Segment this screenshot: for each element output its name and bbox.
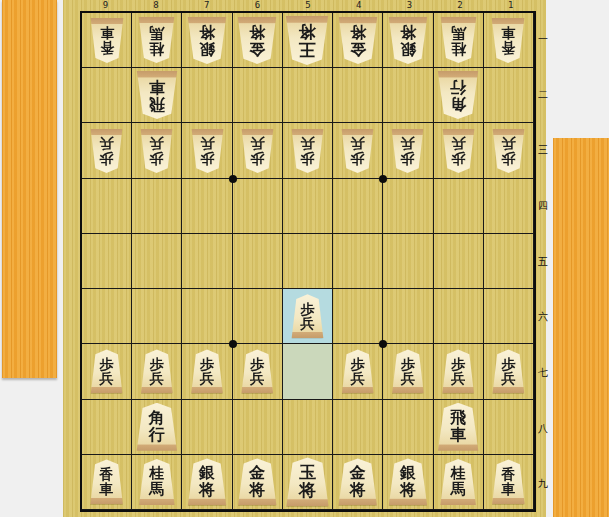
piece-kanji: 馬 [149,25,164,41]
piece-kanji: 歩 [501,151,515,166]
piece-sente-gold[interactable]: 金将 [338,458,378,505]
piece-kanji: 車 [100,26,114,41]
piece-gote-gold[interactable]: 金将 [237,17,277,64]
piece-sente-pawn[interactable]: 歩兵 [492,349,525,393]
piece-gote-lance[interactable]: 香車 [90,18,124,63]
square-92[interactable] [82,68,132,123]
square-23[interactable]: 歩兵 [434,123,484,178]
square-67[interactable]: 歩兵 [233,344,283,399]
piece-gote-pawn[interactable]: 歩兵 [291,129,324,173]
piece-kanji: 桂 [451,40,466,56]
square-79[interactable]: 銀将 [182,455,232,510]
piece-kanji: 将 [199,23,215,40]
square-58[interactable] [283,400,333,455]
square-89[interactable]: 桂馬 [132,455,182,510]
square-73[interactable]: 歩兵 [182,123,232,178]
piece-sente-knight[interactable]: 桂馬 [440,459,477,505]
rank-label-2: 二 [537,67,549,123]
piece-kanji: 兵 [351,136,365,151]
square-29[interactable]: 桂馬 [434,455,484,510]
piece-kanji: 歩 [250,151,264,166]
piece-gote-pawn[interactable]: 歩兵 [90,129,123,173]
piece-kanji: 兵 [351,371,365,386]
rank-label-7: 七 [537,345,549,401]
piece-kanji: 歩 [100,357,114,372]
square-12[interactable] [484,68,534,123]
piece-kanji: 行 [450,79,466,96]
piece-kanji: 将 [199,482,215,499]
square-22[interactable]: 角行 [434,68,484,123]
piece-sente-silver[interactable]: 銀将 [187,458,227,505]
square-54[interactable] [283,179,333,234]
piece-kanji: 歩 [451,357,465,372]
piece-sente-pawn[interactable]: 歩兵 [341,349,374,393]
square-33[interactable]: 歩兵 [383,123,433,178]
file-label-6: 6 [232,0,283,11]
piece-gote-pawn[interactable]: 歩兵 [341,129,374,173]
piece-gote-pawn[interactable]: 歩兵 [241,129,274,173]
piece-kanji: 銀 [199,40,215,57]
rank-label-5: 五 [537,234,549,290]
piece-sente-pawn[interactable]: 歩兵 [90,349,123,393]
piece-kanji: 歩 [300,302,314,317]
piece-kanji: 香 [501,40,515,55]
square-68[interactable] [233,400,283,455]
square-63[interactable]: 歩兵 [233,123,283,178]
piece-kanji: 歩 [100,151,114,166]
square-17[interactable]: 歩兵 [484,344,534,399]
piece-sente-silver[interactable]: 銀将 [388,458,428,505]
file-label-7: 7 [181,0,232,11]
square-27[interactable]: 歩兵 [434,344,484,399]
piece-kanji: 歩 [200,151,214,166]
piece-gote-bishop[interactable]: 角行 [437,71,479,119]
square-49[interactable]: 金将 [333,455,383,510]
square-81[interactable]: 桂馬 [132,13,182,68]
rank-label-3: 三 [537,122,549,178]
file-label-2: 2 [435,0,486,11]
piece-kanji: 歩 [250,357,264,372]
piece-sente-pawn[interactable]: 歩兵 [442,349,475,393]
square-76[interactable] [182,289,232,344]
piece-kanji: 金 [249,40,265,57]
piece-kanji: 将 [249,482,265,499]
piece-kanji: 歩 [150,151,164,166]
piece-kanji: 兵 [401,371,415,386]
piece-kanji: 将 [350,23,366,40]
piece-kanji: 銀 [400,40,416,57]
file-label-4: 4 [333,0,384,11]
piece-gote-rook[interactable]: 飛車 [136,71,178,119]
square-43[interactable]: 歩兵 [333,123,383,178]
piece-kanji: 兵 [200,136,214,151]
square-91[interactable]: 香車 [82,13,132,68]
piece-sente-bishop[interactable]: 角行 [136,403,178,451]
piece-kanji: 馬 [451,25,466,41]
square-77[interactable]: 歩兵 [182,344,232,399]
square-21[interactable]: 桂馬 [434,13,484,68]
piece-kanji: 歩 [200,357,214,372]
piece-sente-gold[interactable]: 金将 [237,458,277,505]
square-86[interactable] [132,289,182,344]
rank-label-9: 九 [537,456,549,512]
piece-kanji: 歩 [401,151,415,166]
piece-gote-gold[interactable]: 金将 [338,17,378,64]
piece-gote-king[interactable]: 王将 [285,16,329,65]
piece-gote-knight[interactable]: 桂馬 [440,17,477,63]
left-wood-background-strip [2,0,57,378]
piece-kanji: 馬 [149,482,164,498]
piece-kanji: 車 [450,427,466,444]
piece-kanji: 車 [501,482,515,497]
square-85[interactable] [132,234,182,289]
square-47[interactable]: 歩兵 [333,344,383,399]
square-84[interactable] [132,179,182,234]
square-19[interactable]: 香車 [484,455,534,510]
square-31[interactable]: 銀将 [383,13,433,68]
rank-labels: 一二三四五六七八九 [537,11,549,512]
piece-kanji: 飛 [149,95,165,112]
square-44[interactable] [333,179,383,234]
piece-kanji: 香 [100,40,114,55]
square-11[interactable]: 香車 [484,13,534,68]
piece-kanji: 王 [299,40,316,58]
piece-kanji: 将 [400,23,416,40]
rank-label-1: 一 [537,11,549,67]
square-46[interactable] [333,289,383,344]
square-38[interactable] [383,400,433,455]
piece-sente-rook[interactable]: 飛車 [437,403,479,451]
piece-kanji: 兵 [100,371,114,386]
piece-gote-lance[interactable]: 香車 [491,18,525,63]
square-35[interactable] [383,234,433,289]
square-95[interactable] [82,234,132,289]
square-16[interactable] [484,289,534,344]
square-41[interactable]: 金将 [333,13,383,68]
square-93[interactable]: 歩兵 [82,123,132,178]
square-87[interactable]: 歩兵 [132,344,182,399]
piece-gote-silver[interactable]: 銀将 [388,17,428,64]
shogi-kifu-page: 987654321 一二三四五六七八九 香車桂馬銀将金将王将金将銀将桂馬香車飛車… [0,0,609,517]
right-wood-background-strip [553,138,609,517]
square-24[interactable] [434,179,484,234]
file-labels: 987654321 [80,0,536,11]
piece-gote-pawn[interactable]: 歩兵 [391,129,424,173]
piece-kanji: 将 [249,23,265,40]
piece-kanji: 兵 [100,136,114,151]
square-99[interactable]: 香車 [82,455,132,510]
piece-kanji: 兵 [200,371,214,386]
piece-sente-pawn[interactable]: 歩兵 [191,349,224,393]
square-72[interactable] [182,68,232,123]
square-26[interactable] [434,289,484,344]
square-56[interactable]: 歩兵 [283,289,333,344]
square-52[interactable] [283,68,333,123]
piece-sente-pawn[interactable]: 歩兵 [140,349,173,393]
square-78[interactable] [182,400,232,455]
square-48[interactable] [333,400,383,455]
file-label-8: 8 [131,0,182,11]
piece-kanji: 車 [149,79,165,96]
piece-gote-pawn[interactable]: 歩兵 [492,129,525,173]
piece-kanji: 兵 [300,136,314,151]
piece-sente-king[interactable]: 玉将 [285,457,329,506]
square-37[interactable]: 歩兵 [383,344,433,399]
piece-kanji: 兵 [250,371,264,386]
square-18[interactable] [484,400,534,455]
piece-kanji: 兵 [150,136,164,151]
file-label-9: 9 [80,0,131,11]
piece-gote-pawn[interactable]: 歩兵 [140,129,173,173]
square-71[interactable]: 銀将 [182,13,232,68]
rank-label-4: 四 [537,178,549,234]
square-97[interactable]: 歩兵 [82,344,132,399]
piece-gote-knight[interactable]: 桂馬 [138,17,175,63]
square-25[interactable] [434,234,484,289]
square-15[interactable] [484,234,534,289]
piece-kanji: 兵 [150,371,164,386]
piece-kanji: 兵 [501,371,515,386]
piece-kanji: 車 [501,26,515,41]
piece-kanji: 兵 [451,136,465,151]
piece-kanji: 角 [450,95,466,112]
square-61[interactable]: 金将 [233,13,283,68]
square-28[interactable]: 飛車 [434,400,484,455]
square-94[interactable] [82,179,132,234]
square-53[interactable]: 歩兵 [283,123,333,178]
square-88[interactable]: 角行 [132,400,182,455]
file-label-5: 5 [283,0,334,11]
square-42[interactable] [333,68,383,123]
square-64[interactable] [233,179,283,234]
square-69[interactable]: 金将 [233,455,283,510]
square-14[interactable] [484,179,534,234]
square-62[interactable] [233,68,283,123]
piece-sente-pawn[interactable]: 歩兵 [291,294,324,338]
piece-gote-silver[interactable]: 銀将 [187,17,227,64]
piece-kanji: 香 [501,467,515,482]
square-39[interactable]: 銀将 [383,455,433,510]
file-label-1: 1 [485,0,536,11]
piece-sente-pawn[interactable]: 歩兵 [241,349,274,393]
piece-kanji: 行 [149,427,165,444]
piece-sente-lance[interactable]: 香車 [90,459,124,504]
piece-kanji: 兵 [401,136,415,151]
piece-gote-pawn[interactable]: 歩兵 [191,129,224,173]
square-74[interactable] [182,179,232,234]
square-57[interactable] [283,344,333,399]
square-83[interactable]: 歩兵 [132,123,182,178]
piece-sente-pawn[interactable]: 歩兵 [391,349,424,393]
square-36[interactable] [383,289,433,344]
square-75[interactable] [182,234,232,289]
piece-kanji: 兵 [250,136,264,151]
piece-kanji: 将 [400,482,416,499]
square-66[interactable] [233,289,283,344]
piece-kanji: 将 [350,482,366,499]
piece-kanji: 歩 [501,357,515,372]
piece-kanji: 兵 [451,371,465,386]
square-96[interactable] [82,289,132,344]
piece-kanji: 桂 [149,40,164,56]
square-13[interactable]: 歩兵 [484,123,534,178]
square-34[interactable] [383,179,433,234]
square-65[interactable] [233,234,283,289]
piece-kanji: 歩 [351,151,365,166]
square-59[interactable]: 玉将 [283,455,333,510]
piece-kanji: 将 [299,22,316,40]
file-label-3: 3 [384,0,435,11]
piece-sente-lance[interactable]: 香車 [491,459,525,504]
piece-kanji: 香 [100,467,114,482]
square-32[interactable] [383,68,433,123]
piece-gote-pawn[interactable]: 歩兵 [442,129,475,173]
rank-label-6: 六 [537,289,549,345]
piece-sente-knight[interactable]: 桂馬 [138,459,175,505]
board-grid: 香車桂馬銀将金将王将金将銀将桂馬香車飛車角行歩兵歩兵歩兵歩兵歩兵歩兵歩兵歩兵歩兵… [80,11,536,512]
piece-kanji: 歩 [401,357,415,372]
square-51[interactable]: 王将 [283,13,333,68]
piece-kanji: 兵 [501,136,515,151]
piece-kanji: 金 [350,40,366,57]
piece-kanji: 車 [100,482,114,497]
square-82[interactable]: 飛車 [132,68,182,123]
piece-kanji: 馬 [451,482,466,498]
piece-kanji: 兵 [300,316,314,331]
square-98[interactable] [82,400,132,455]
square-45[interactable] [333,234,383,289]
piece-kanji: 将 [299,482,316,500]
piece-kanji: 歩 [300,151,314,166]
rank-label-8: 八 [537,401,549,457]
piece-kanji: 歩 [351,357,365,372]
square-55[interactable] [283,234,333,289]
piece-kanji: 歩 [150,357,164,372]
piece-kanji: 歩 [451,151,465,166]
